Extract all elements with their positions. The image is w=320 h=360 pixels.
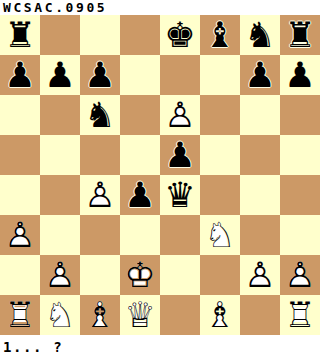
white-king: ♚ (120, 255, 160, 295)
black-pawn: ♟ (0, 55, 40, 95)
square-e5[interactable]: ♟ (160, 135, 200, 175)
square-d5[interactable] (120, 135, 160, 175)
square-h2[interactable]: ♟♙ (280, 255, 320, 295)
square-a4[interactable] (0, 175, 40, 215)
square-g5[interactable] (240, 135, 280, 175)
white-queen: ♛ (120, 295, 160, 335)
white-pawn-outline: ♙ (80, 175, 120, 215)
square-e6[interactable]: ♟♙ (160, 95, 200, 135)
white-king-outline: ♔ (120, 255, 160, 295)
square-b4[interactable] (40, 175, 80, 215)
square-a7[interactable]: ♟ (0, 55, 40, 95)
white-queen-outline: ♕ (120, 295, 160, 335)
black-pawn: ♟ (40, 55, 80, 95)
black-pawn: ♟ (120, 175, 160, 215)
white-pawn-outline: ♙ (0, 215, 40, 255)
black-pawn: ♟ (160, 135, 200, 175)
white-pawn: ♟ (160, 95, 200, 135)
square-c4[interactable]: ♟♙ (80, 175, 120, 215)
move-prompt: 1... ? (0, 335, 320, 360)
square-f5[interactable] (200, 135, 240, 175)
square-f1[interactable]: ♝♗ (200, 295, 240, 335)
square-h3[interactable] (280, 215, 320, 255)
square-b7[interactable]: ♟ (40, 55, 80, 95)
white-knight-outline: ♘ (200, 215, 240, 255)
square-f6[interactable] (200, 95, 240, 135)
square-g7[interactable]: ♟ (240, 55, 280, 95)
square-c3[interactable] (80, 215, 120, 255)
square-c7[interactable]: ♟ (80, 55, 120, 95)
white-rook-outline: ♖ (0, 295, 40, 335)
white-knight-outline: ♘ (40, 295, 80, 335)
black-pawn: ♟ (280, 55, 320, 95)
white-bishop-outline: ♗ (80, 295, 120, 335)
square-d2[interactable]: ♚♔ (120, 255, 160, 295)
square-e3[interactable] (160, 215, 200, 255)
white-knight: ♞ (200, 215, 240, 255)
square-d6[interactable] (120, 95, 160, 135)
white-rook: ♜ (0, 295, 40, 335)
white-bishop: ♝ (80, 295, 120, 335)
square-b3[interactable] (40, 215, 80, 255)
square-a2[interactable] (0, 255, 40, 295)
black-rook: ♜ (0, 15, 40, 55)
square-h1[interactable]: ♜♖ (280, 295, 320, 335)
square-f2[interactable] (200, 255, 240, 295)
white-pawn: ♟ (0, 215, 40, 255)
square-f4[interactable] (200, 175, 240, 215)
black-king: ♚ (160, 15, 200, 55)
square-a1[interactable]: ♜♖ (0, 295, 40, 335)
square-e7[interactable] (160, 55, 200, 95)
square-c2[interactable] (80, 255, 120, 295)
white-pawn-outline: ♙ (160, 95, 200, 135)
black-pawn: ♟ (80, 55, 120, 95)
white-bishop-outline: ♗ (200, 295, 240, 335)
square-b2[interactable]: ♟♙ (40, 255, 80, 295)
square-g1[interactable] (240, 295, 280, 335)
black-pawn: ♟ (240, 55, 280, 95)
white-pawn: ♟ (80, 175, 120, 215)
square-h5[interactable] (280, 135, 320, 175)
puzzle-title: WCSAC.0905 (0, 0, 320, 15)
square-h4[interactable] (280, 175, 320, 215)
square-g6[interactable] (240, 95, 280, 135)
square-a3[interactable]: ♟♙ (0, 215, 40, 255)
square-c6[interactable]: ♞ (80, 95, 120, 135)
white-pawn-outline: ♙ (40, 255, 80, 295)
white-bishop: ♝ (200, 295, 240, 335)
square-h6[interactable] (280, 95, 320, 135)
square-d3[interactable] (120, 215, 160, 255)
white-pawn-outline: ♙ (280, 255, 320, 295)
black-bishop: ♝ (200, 15, 240, 55)
square-d8[interactable] (120, 15, 160, 55)
square-e8[interactable]: ♚ (160, 15, 200, 55)
square-b5[interactable] (40, 135, 80, 175)
square-h8[interactable]: ♜ (280, 15, 320, 55)
square-d1[interactable]: ♛♕ (120, 295, 160, 335)
square-g3[interactable] (240, 215, 280, 255)
chess-board: ♜♚♝♞♜♟♟♟♟♟♞♟♙♟♟♙♟♛♟♙♞♘♟♙♚♔♟♙♟♙♜♖♞♘♝♗♛♕♝♗… (0, 15, 320, 335)
square-c8[interactable] (80, 15, 120, 55)
black-rook: ♜ (280, 15, 320, 55)
square-f3[interactable]: ♞♘ (200, 215, 240, 255)
black-queen: ♛ (160, 175, 200, 215)
square-h7[interactable]: ♟ (280, 55, 320, 95)
square-e1[interactable] (160, 295, 200, 335)
square-f7[interactable] (200, 55, 240, 95)
square-b1[interactable]: ♞♘ (40, 295, 80, 335)
white-rook-outline: ♖ (280, 295, 320, 335)
square-b8[interactable] (40, 15, 80, 55)
white-pawn: ♟ (240, 255, 280, 295)
square-d4[interactable]: ♟ (120, 175, 160, 215)
square-g4[interactable] (240, 175, 280, 215)
square-f8[interactable]: ♝ (200, 15, 240, 55)
square-e4[interactable]: ♛ (160, 175, 200, 215)
white-pawn-outline: ♙ (240, 255, 280, 295)
square-g2[interactable]: ♟♙ (240, 255, 280, 295)
white-knight: ♞ (40, 295, 80, 335)
black-knight: ♞ (240, 15, 280, 55)
square-e2[interactable] (160, 255, 200, 295)
square-d7[interactable] (120, 55, 160, 95)
square-b6[interactable] (40, 95, 80, 135)
square-a6[interactable] (0, 95, 40, 135)
black-knight: ♞ (80, 95, 120, 135)
white-pawn: ♟ (280, 255, 320, 295)
white-rook: ♜ (280, 295, 320, 335)
square-c1[interactable]: ♝♗ (80, 295, 120, 335)
square-g8[interactable]: ♞ (240, 15, 280, 55)
square-c5[interactable] (80, 135, 120, 175)
square-a8[interactable]: ♜ (0, 15, 40, 55)
square-a5[interactable] (0, 135, 40, 175)
chess-puzzle-window: WCSAC.0905 ♜♚♝♞♜♟♟♟♟♟♞♟♙♟♟♙♟♛♟♙♞♘♟♙♚♔♟♙♟… (0, 0, 320, 360)
white-pawn: ♟ (40, 255, 80, 295)
